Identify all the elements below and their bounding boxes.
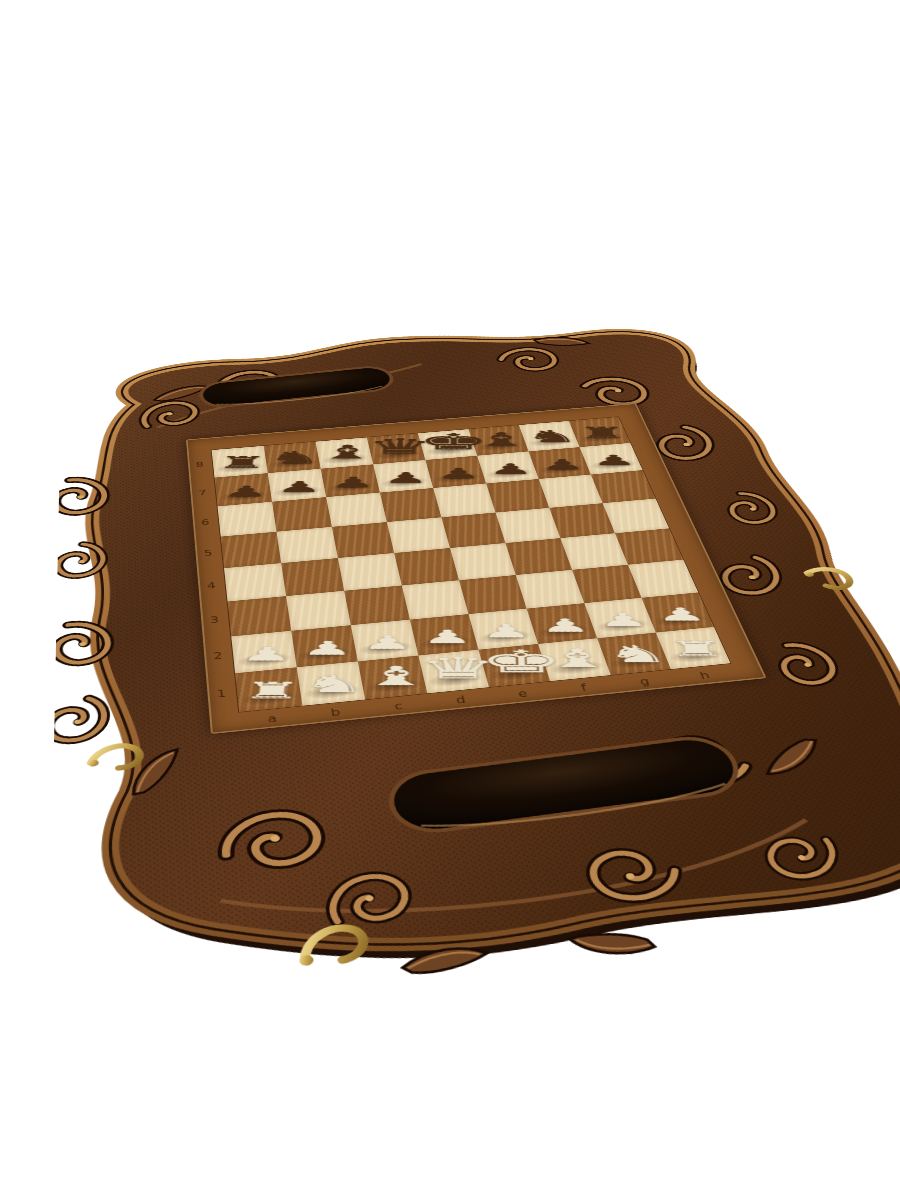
square-e6 xyxy=(433,483,495,517)
product-photo: abcdefgh 87654321 ♜♞♝♛♚♝♞♜♟♟♟♟♟♟♟♟♟♟♟♟♟♟… xyxy=(0,0,900,1200)
piece-black-rook-a8: ♜ xyxy=(208,453,277,472)
piece-black-pawn-a7: ♟ xyxy=(210,482,280,500)
chess-case: abcdefgh 87654321 ♜♞♝♛♚♝♞♜♟♟♟♟♟♟♟♟♟♟♟♟♟♟… xyxy=(47,304,900,1080)
scene: abcdefgh 87654321 ♜♞♝♛♚♝♞♜♟♟♟♟♟♟♟♟♟♟♟♟♟♟… xyxy=(0,0,900,1200)
